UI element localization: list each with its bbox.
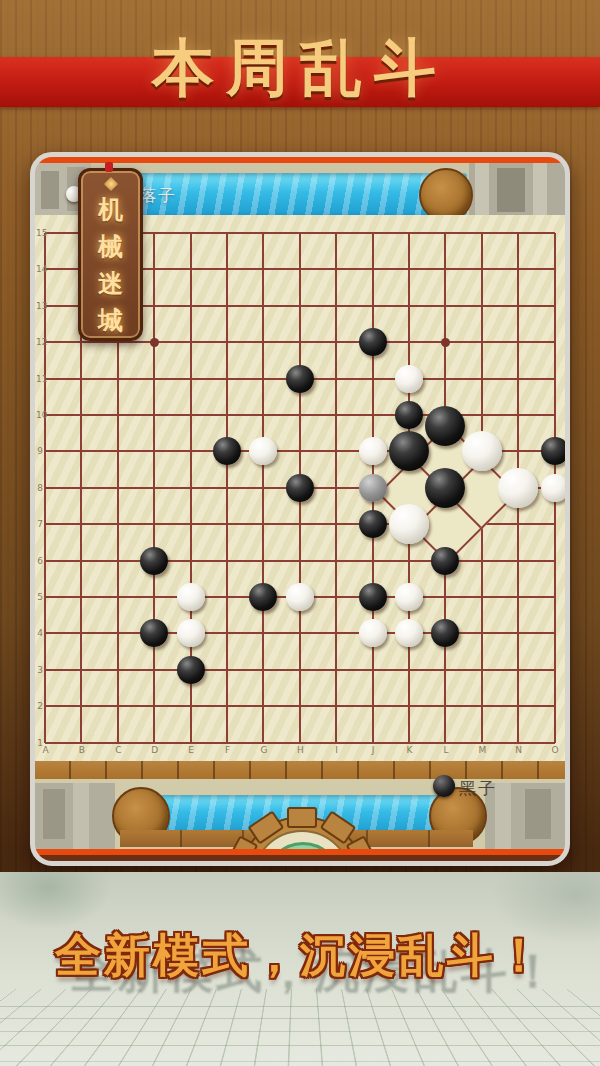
row-coordinate-label: 3 — [36, 665, 44, 675]
column-coordinate-label: N — [514, 745, 523, 755]
stone-gray-J8 — [359, 474, 387, 502]
black-stone-icon — [433, 775, 455, 797]
plaque-ornament-icon — [103, 177, 117, 191]
row-coordinate-label: 10 — [36, 410, 44, 420]
column-coordinate-label: L — [441, 745, 450, 755]
row-coordinate-label: 12 — [36, 337, 44, 347]
stone-white-K5 — [395, 583, 423, 611]
event-title: 本周乱斗 — [0, 26, 600, 110]
stone-black-D4 — [140, 619, 168, 647]
stone-black-O9 — [541, 437, 569, 465]
game-board-panel: 落子 151413121110987654321ABCDEFGHIJKLMNO … — [30, 152, 570, 866]
stone-white-G9 — [249, 437, 277, 465]
stone-black-F9 — [213, 437, 241, 465]
column-coordinate-label: O — [551, 745, 560, 755]
grid-line-horizontal — [45, 742, 555, 744]
row-coordinate-label: 14 — [36, 264, 44, 274]
grid-line-horizontal — [45, 632, 555, 634]
column-coordinate-label: C — [114, 745, 123, 755]
stone-black-J5 — [359, 583, 387, 611]
row-coordinate-label: 4 — [36, 628, 44, 638]
panel-bottom-dark-strip — [35, 855, 565, 861]
stone-pillar-bottom-left — [35, 783, 115, 849]
stone-white-E5 — [177, 583, 205, 611]
column-coordinate-label: E — [187, 745, 196, 755]
stone-black-L4 — [431, 619, 459, 647]
column-coordinate-label: G — [259, 745, 268, 755]
row-coordinate-label: 5 — [36, 592, 44, 602]
column-coordinate-label: D — [150, 745, 159, 755]
stone-white-O8 — [541, 474, 569, 502]
gear-tooth-icon — [287, 807, 317, 828]
stone-white-M9 — [462, 431, 502, 471]
column-coordinate-label: K — [405, 745, 414, 755]
stone-black-J12 — [359, 328, 387, 356]
stone-white-J4 — [359, 619, 387, 647]
row-coordinate-label: 9 — [36, 446, 44, 456]
mode-name-vertical: 机 械 迷 城 — [81, 193, 140, 337]
stone-black-J7 — [359, 510, 387, 538]
stone-white-K4 — [395, 619, 423, 647]
star-point — [441, 338, 450, 347]
stone-white-K11 — [395, 365, 423, 393]
column-coordinate-label: I — [332, 745, 341, 755]
stone-black-G5 — [249, 583, 277, 611]
grid-line-horizontal — [45, 705, 555, 707]
column-coordinate-label: A — [41, 745, 50, 755]
row-coordinate-label: 7 — [36, 519, 44, 529]
column-coordinate-label: F — [223, 745, 232, 755]
stone-white-N8 — [498, 468, 538, 508]
stone-black-H8 — [286, 474, 314, 502]
grid-line-horizontal — [45, 669, 555, 671]
stone-pillar-bottom-right — [485, 783, 565, 849]
row-coordinate-label: 2 — [36, 701, 44, 711]
row-coordinate-label: 15 — [36, 228, 44, 238]
plaque-gem-icon — [105, 162, 113, 172]
column-coordinate-label: H — [296, 745, 305, 755]
row-coordinate-label: 13 — [36, 301, 44, 311]
column-coordinate-label: J — [369, 745, 378, 755]
stone-black-L8 — [425, 468, 465, 508]
row-coordinate-label: 8 — [36, 483, 44, 493]
star-point — [150, 338, 159, 347]
stone-white-H5 — [286, 583, 314, 611]
column-coordinate-label: M — [478, 745, 487, 755]
column-coordinate-label: B — [77, 745, 86, 755]
row-coordinate-label: 6 — [36, 556, 44, 566]
stone-white-K7 — [389, 504, 429, 544]
stone-black-E3 — [177, 656, 205, 684]
promo-tagline: 全新模式，沉浸乱斗！ — [0, 925, 600, 987]
row-coordinate-label: 11 — [36, 374, 44, 384]
mode-plaque: 机 械 迷 城 — [78, 168, 143, 341]
stone-black-H11 — [286, 365, 314, 393]
grid-line-vertical — [335, 233, 337, 743]
stone-black-D6 — [140, 547, 168, 575]
stone-white-J9 — [359, 437, 387, 465]
turn-label-bottom: 黑子 — [459, 777, 497, 800]
stone-black-K10 — [395, 401, 423, 429]
grid-line-horizontal — [45, 560, 555, 562]
stone-white-E4 — [177, 619, 205, 647]
stone-black-L6 — [431, 547, 459, 575]
